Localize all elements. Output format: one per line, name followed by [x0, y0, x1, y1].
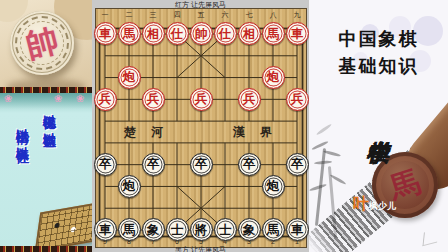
- intersection-7-8[interactable]: [261, 154, 285, 176]
- intersection-3-1[interactable]: [93, 67, 117, 89]
- intersection-10-3[interactable]: 象: [141, 219, 165, 241]
- piece-bP[interactable]: 卒: [94, 153, 117, 176]
- video-frame: 帥 ❀ ❀ ❀ 以棋促德 以棋益智 以棋冶情 以棋养性 红方 让先屏风马: [0, 0, 448, 252]
- intersection-9-6[interactable]: [213, 197, 237, 219]
- piece-bB[interactable]: 象: [238, 218, 261, 241]
- intersection-9-8[interactable]: [261, 197, 285, 219]
- intersection-3-2[interactable]: 炮: [117, 67, 141, 89]
- intersection-4-1[interactable]: 兵: [93, 88, 117, 110]
- intersection-4-5[interactable]: 兵: [189, 88, 213, 110]
- intersection-10-9[interactable]: 車: [285, 219, 309, 241]
- piece-rN[interactable]: 馬: [262, 22, 285, 45]
- file-label: 四: [165, 11, 189, 19]
- piece-bA[interactable]: 士: [166, 218, 189, 241]
- intersection-10-7[interactable]: 象: [237, 219, 261, 241]
- intersection-8-3[interactable]: [141, 175, 165, 197]
- intersection-3-6[interactable]: [213, 67, 237, 89]
- piece-rP[interactable]: 兵: [142, 88, 165, 111]
- piece-rP[interactable]: 兵: [286, 88, 309, 111]
- title-line-1: 中国象棋: [309, 26, 448, 53]
- intersection-5-6[interactable]: [213, 110, 237, 132]
- channel-watermark: 叶枫少儿: [353, 196, 396, 214]
- intersection-2-2[interactable]: [117, 45, 141, 67]
- intersection-9-7[interactable]: [237, 197, 261, 219]
- piece-rB[interactable]: 相: [238, 22, 261, 45]
- intersection-7-6[interactable]: [213, 154, 237, 176]
- intersection-1-3[interactable]: 相: [141, 23, 165, 45]
- board-grid[interactable]: 車馬相仕帥仕相馬車炮炮兵兵兵兵兵卒卒卒卒卒炮炮車馬象士將士象馬車: [93, 23, 309, 241]
- intersection-7-4[interactable]: [165, 154, 189, 176]
- lotus-icon: ❀: [54, 93, 62, 104]
- intersection-8-1[interactable]: [93, 175, 117, 197]
- piece-bP[interactable]: 卒: [142, 153, 165, 176]
- intersection-1-6[interactable]: 仕: [213, 23, 237, 45]
- intersection-6-4[interactable]: [165, 132, 189, 154]
- piece-bB[interactable]: 象: [142, 218, 165, 241]
- slogan-text-left: 以棋冶情 以棋养性: [13, 118, 31, 140]
- piece-shadow: [6, 79, 86, 87]
- slogan-panel: ❀ ❀ ❀ 以棋促德 以棋益智 以棋冶情 以棋养性: [0, 93, 92, 252]
- intersection-7-3[interactable]: 卒: [141, 154, 165, 176]
- red-general-character: 帥: [23, 24, 62, 63]
- red-side-label: 红方 让先屏风马: [92, 0, 309, 8]
- intersection-1-8[interactable]: 馬: [261, 23, 285, 45]
- intersection-5-9[interactable]: [285, 110, 309, 132]
- intersection-1-7[interactable]: 相: [237, 23, 261, 45]
- black-side-label: 黑方 让先屏风马: [92, 246, 309, 252]
- intersection-4-9[interactable]: 兵: [285, 88, 309, 110]
- intersection-9-9[interactable]: [285, 197, 309, 219]
- bamboo-leaf: [311, 140, 329, 150]
- xiangqi-piece-photo: 帥: [0, 0, 92, 87]
- piece-rR[interactable]: 車: [94, 22, 117, 45]
- intersection-6-9[interactable]: [285, 132, 309, 154]
- intersection-2-5[interactable]: [189, 45, 213, 67]
- intersection-8-7[interactable]: [237, 175, 261, 197]
- intersection-2-4[interactable]: [165, 45, 189, 67]
- intersection-9-4[interactable]: [165, 197, 189, 219]
- intersection-4-7[interactable]: 兵: [237, 88, 261, 110]
- intersection-8-4[interactable]: [165, 175, 189, 197]
- intersection-5-3[interactable]: [141, 110, 165, 132]
- intersection-1-5[interactable]: 帥: [189, 23, 213, 45]
- piece-bN[interactable]: 馬: [262, 218, 285, 241]
- intersection-5-1[interactable]: [93, 110, 117, 132]
- intersection-6-8[interactable]: [261, 132, 285, 154]
- intersection-1-9[interactable]: 車: [285, 23, 309, 45]
- intersection-1-4[interactable]: 仕: [165, 23, 189, 45]
- left-panel: 帥 ❀ ❀ ❀ 以棋促德 以棋益智 以棋冶情 以棋养性: [0, 0, 92, 252]
- intersection-2-3[interactable]: [141, 45, 165, 67]
- lotus-icon: ❀: [76, 93, 84, 104]
- intersection-1-1[interactable]: 車: [93, 23, 117, 45]
- intersection-9-5[interactable]: [189, 197, 213, 219]
- intersection-3-7[interactable]: [237, 67, 261, 89]
- intersection-6-7[interactable]: [237, 132, 261, 154]
- intersection-7-5[interactable]: 卒: [189, 154, 213, 176]
- piece-rC[interactable]: 炮: [118, 66, 141, 89]
- intersection-2-6[interactable]: [213, 45, 237, 67]
- intersection-8-2[interactable]: 炮: [117, 175, 141, 197]
- piece-bK[interactable]: 將: [190, 218, 213, 241]
- piece-rP[interactable]: 兵: [94, 88, 117, 111]
- file-label: 一: [93, 11, 117, 19]
- intersection-5-4[interactable]: [165, 110, 189, 132]
- ink-sketch: [422, 229, 438, 246]
- intersection-5-7[interactable]: [237, 110, 261, 132]
- intersection-5-2[interactable]: [117, 110, 141, 132]
- board-photo-decoration: [35, 202, 92, 252]
- file-label: 九: [285, 11, 309, 19]
- file-label: 五: [189, 11, 213, 19]
- file-label: 三: [141, 11, 165, 19]
- intersection-7-7[interactable]: 卒: [237, 154, 261, 176]
- piece-rR[interactable]: 車: [286, 22, 309, 45]
- intersection-10-5[interactable]: 將: [189, 219, 213, 241]
- file-label: 六: [213, 11, 237, 19]
- intersection-9-3[interactable]: [141, 197, 165, 219]
- intersection-4-3[interactable]: 兵: [141, 88, 165, 110]
- lotus-icon: ❀: [4, 93, 12, 104]
- video-title: 中国象棋 基础知识: [309, 26, 448, 80]
- intersection-4-8[interactable]: [261, 88, 285, 110]
- piece-bP[interactable]: 卒: [286, 153, 309, 176]
- piece-rB[interactable]: 相: [142, 22, 165, 45]
- piece-rP[interactable]: 兵: [238, 88, 261, 111]
- intersection-2-8[interactable]: [261, 45, 285, 67]
- piece-bP[interactable]: 卒: [190, 153, 213, 176]
- intersection-3-3[interactable]: [141, 67, 165, 89]
- intersection-6-5[interactable]: [189, 132, 213, 154]
- intersection-6-6[interactable]: [213, 132, 237, 154]
- file-label: 七: [237, 11, 261, 19]
- xiangqi-board[interactable]: 一二三四五六七八九 987654321 楚 河 漢 界 車馬相仕帥仕相馬車炮炮兵…: [95, 8, 307, 248]
- piece-bC[interactable]: 炮: [118, 175, 141, 198]
- intersection-10-1[interactable]: 車: [93, 219, 117, 241]
- file-label: 八: [261, 11, 285, 19]
- bamboo-leaf: [323, 150, 341, 158]
- piece-rA[interactable]: 仕: [166, 22, 189, 45]
- intersection-4-4[interactable]: [165, 88, 189, 110]
- piece-rP[interactable]: 兵: [190, 88, 213, 111]
- intersection-3-5[interactable]: [189, 67, 213, 89]
- intersection-3-8[interactable]: 炮: [261, 67, 285, 89]
- intersection-7-1[interactable]: 卒: [93, 154, 117, 176]
- piece-bP[interactable]: 卒: [238, 153, 261, 176]
- intersection-2-9[interactable]: [285, 45, 309, 67]
- intersection-8-5[interactable]: [189, 175, 213, 197]
- intersection-9-1[interactable]: [93, 197, 117, 219]
- intersection-6-3[interactable]: [141, 132, 165, 154]
- ornament-border-bottom: [0, 246, 92, 252]
- title-line-2: 基础知识: [309, 53, 448, 80]
- intersection-4-2[interactable]: [117, 88, 141, 110]
- slogan-text-right: 以棋促德 以棋益智: [40, 104, 58, 126]
- piece-bR[interactable]: 車: [94, 218, 117, 241]
- intersection-10-6[interactable]: 士: [213, 219, 237, 241]
- intersection-4-6[interactable]: [213, 88, 237, 110]
- piece-bN[interactable]: 馬: [118, 218, 141, 241]
- file-label: 二: [117, 11, 141, 19]
- piece-bR[interactable]: 車: [286, 218, 309, 241]
- intersection-10-2[interactable]: 馬: [117, 219, 141, 241]
- intersection-8-8[interactable]: 炮: [261, 175, 285, 197]
- intersection-6-2[interactable]: [117, 132, 141, 154]
- intersection-9-2[interactable]: [117, 197, 141, 219]
- intersection-10-4[interactable]: 士: [165, 219, 189, 241]
- bamboo-leaf: [316, 123, 332, 136]
- piece-bC[interactable]: 炮: [262, 175, 285, 198]
- intersection-6-1[interactable]: [93, 132, 117, 154]
- intersection-3-9[interactable]: [285, 67, 309, 89]
- intersection-8-6[interactable]: [213, 175, 237, 197]
- intersection-8-9[interactable]: [285, 175, 309, 197]
- intersection-10-8[interactable]: 馬: [261, 219, 285, 241]
- intersection-5-8[interactable]: [261, 110, 285, 132]
- xiangqi-app-window: 红方 让先屏风马 一二三四五六七八九 987654321 楚 河 漢 界 車馬相…: [92, 0, 309, 252]
- piece-rA[interactable]: 仕: [214, 22, 237, 45]
- piece-rK[interactable]: 帥: [190, 22, 213, 45]
- piece-rC[interactable]: 炮: [262, 66, 285, 89]
- intersection-3-4[interactable]: [165, 67, 189, 89]
- intersection-5-5[interactable]: [189, 110, 213, 132]
- intersection-2-7[interactable]: [237, 45, 261, 67]
- right-panel: 中国象棋 基础知识 馬 学在棋中 叶枫少儿: [309, 0, 448, 252]
- intersection-1-2[interactable]: 馬: [117, 23, 141, 45]
- intersection-2-1[interactable]: [93, 45, 117, 67]
- intersection-7-2[interactable]: [117, 154, 141, 176]
- red-general-piece-photo: 帥: [10, 11, 74, 75]
- piece-bA[interactable]: 士: [214, 218, 237, 241]
- piece-rN[interactable]: 馬: [118, 22, 141, 45]
- file-labels-red: 一二三四五六七八九: [93, 11, 309, 19]
- intersection-7-9[interactable]: 卒: [285, 154, 309, 176]
